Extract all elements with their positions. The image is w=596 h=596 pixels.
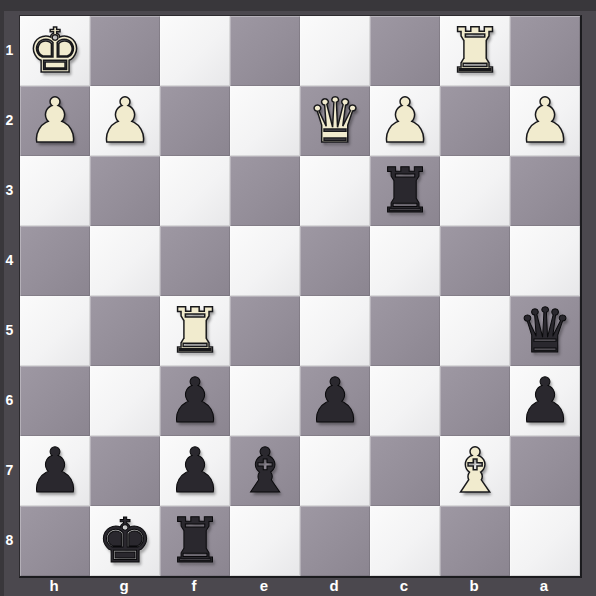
rank-label-1: 1: [0, 15, 19, 85]
rank-label-5: 5: [0, 295, 19, 365]
white-pawn-a2[interactable]: ♟: [517, 86, 573, 156]
square-a5[interactable]: ♛: [510, 296, 580, 366]
frame-top-bevel: [0, 0, 596, 11]
black-pawn-h7[interactable]: ♟: [27, 436, 83, 506]
square-c3[interactable]: ♜: [370, 156, 440, 226]
square-e5[interactable]: [230, 296, 300, 366]
square-f6[interactable]: ♟: [160, 366, 230, 436]
white-rook-f5[interactable]: ♜: [167, 296, 223, 366]
square-b1[interactable]: ♜: [440, 16, 510, 86]
file-label-e: e: [229, 577, 299, 596]
square-h7[interactable]: ♟: [20, 436, 90, 506]
rank-label-3: 3: [0, 155, 19, 225]
square-d1[interactable]: [300, 16, 370, 86]
file-label-h: h: [19, 577, 89, 596]
rank-label-7: 7: [0, 435, 19, 505]
square-b3[interactable]: [440, 156, 510, 226]
square-d8[interactable]: [300, 506, 370, 576]
square-a4[interactable]: [510, 226, 580, 296]
file-label-d: d: [299, 577, 369, 596]
square-f3[interactable]: [160, 156, 230, 226]
white-king-h1[interactable]: ♚: [27, 16, 83, 86]
square-c6[interactable]: [370, 366, 440, 436]
square-a3[interactable]: [510, 156, 580, 226]
square-g8[interactable]: ♚: [90, 506, 160, 576]
square-f2[interactable]: [160, 86, 230, 156]
square-b7[interactable]: ♝: [440, 436, 510, 506]
square-c1[interactable]: [370, 16, 440, 86]
square-b8[interactable]: [440, 506, 510, 576]
square-f1[interactable]: [160, 16, 230, 86]
square-g1[interactable]: [90, 16, 160, 86]
board: ♚♜♟♟♛♟♟♜♜♛♟♟♟♟♟♝♝♚♜: [19, 15, 582, 578]
square-h1[interactable]: ♚: [20, 16, 90, 86]
black-king-g8[interactable]: ♚: [97, 506, 153, 576]
square-f4[interactable]: [160, 226, 230, 296]
square-g3[interactable]: [90, 156, 160, 226]
file-labels: hgfedcba: [19, 577, 581, 596]
square-b4[interactable]: [440, 226, 510, 296]
black-pawn-a6[interactable]: ♟: [517, 366, 573, 436]
file-label-f: f: [159, 577, 229, 596]
square-c4[interactable]: [370, 226, 440, 296]
white-bishop-b7[interactable]: ♝: [447, 436, 503, 506]
square-h4[interactable]: [20, 226, 90, 296]
rank-labels: 12345678: [0, 15, 19, 575]
rank-label-8: 8: [0, 505, 19, 575]
file-label-c: c: [369, 577, 439, 596]
square-h6[interactable]: [20, 366, 90, 436]
square-d6[interactable]: ♟: [300, 366, 370, 436]
rank-label-4: 4: [0, 225, 19, 295]
black-pawn-f6[interactable]: ♟: [167, 366, 223, 436]
square-e2[interactable]: [230, 86, 300, 156]
file-label-b: b: [439, 577, 509, 596]
square-d3[interactable]: [300, 156, 370, 226]
square-b6[interactable]: [440, 366, 510, 436]
square-g7[interactable]: [90, 436, 160, 506]
square-a6[interactable]: ♟: [510, 366, 580, 436]
square-e4[interactable]: [230, 226, 300, 296]
square-g2[interactable]: ♟: [90, 86, 160, 156]
file-label-g: g: [89, 577, 159, 596]
black-pawn-d6[interactable]: ♟: [307, 366, 363, 436]
file-label-a: a: [509, 577, 579, 596]
square-c5[interactable]: [370, 296, 440, 366]
black-rook-c3[interactable]: ♜: [377, 156, 433, 226]
square-f5[interactable]: ♜: [160, 296, 230, 366]
square-d4[interactable]: [300, 226, 370, 296]
square-d7[interactable]: [300, 436, 370, 506]
square-d2[interactable]: ♛: [300, 86, 370, 156]
black-pawn-f7[interactable]: ♟: [167, 436, 223, 506]
square-e6[interactable]: [230, 366, 300, 436]
black-bishop-e7[interactable]: ♝: [237, 436, 293, 506]
square-e8[interactable]: [230, 506, 300, 576]
square-h3[interactable]: [20, 156, 90, 226]
chess-diagram: 12345678 ♚♜♟♟♛♟♟♜♜♛♟♟♟♟♟♝♝♚♜ hgfedcba: [0, 0, 596, 596]
square-a7[interactable]: [510, 436, 580, 506]
square-h8[interactable]: [20, 506, 90, 576]
square-c7[interactable]: [370, 436, 440, 506]
white-pawn-h2[interactable]: ♟: [27, 86, 83, 156]
white-rook-b1[interactable]: ♜: [447, 16, 503, 86]
rank-label-2: 2: [0, 85, 19, 155]
square-a2[interactable]: ♟: [510, 86, 580, 156]
rank-label-6: 6: [0, 365, 19, 435]
square-e1[interactable]: [230, 16, 300, 86]
square-f8[interactable]: ♜: [160, 506, 230, 576]
white-pawn-g2[interactable]: ♟: [97, 86, 153, 156]
square-f7[interactable]: ♟: [160, 436, 230, 506]
square-b2[interactable]: [440, 86, 510, 156]
square-a1[interactable]: [510, 16, 580, 86]
square-g6[interactable]: [90, 366, 160, 436]
square-g5[interactable]: [90, 296, 160, 366]
square-e3[interactable]: [230, 156, 300, 226]
white-queen-d2[interactable]: ♛: [307, 86, 363, 156]
square-e7[interactable]: ♝: [230, 436, 300, 506]
square-g4[interactable]: [90, 226, 160, 296]
square-c8[interactable]: [370, 506, 440, 576]
black-queen-a5[interactable]: ♛: [517, 296, 573, 366]
square-a8[interactable]: [510, 506, 580, 576]
square-h2[interactable]: ♟: [20, 86, 90, 156]
square-h5[interactable]: [20, 296, 90, 366]
square-b5[interactable]: [440, 296, 510, 366]
black-rook-f8[interactable]: ♜: [167, 506, 223, 576]
square-d5[interactable]: [300, 296, 370, 366]
white-pawn-c2[interactable]: ♟: [377, 86, 433, 156]
square-c2[interactable]: ♟: [370, 86, 440, 156]
